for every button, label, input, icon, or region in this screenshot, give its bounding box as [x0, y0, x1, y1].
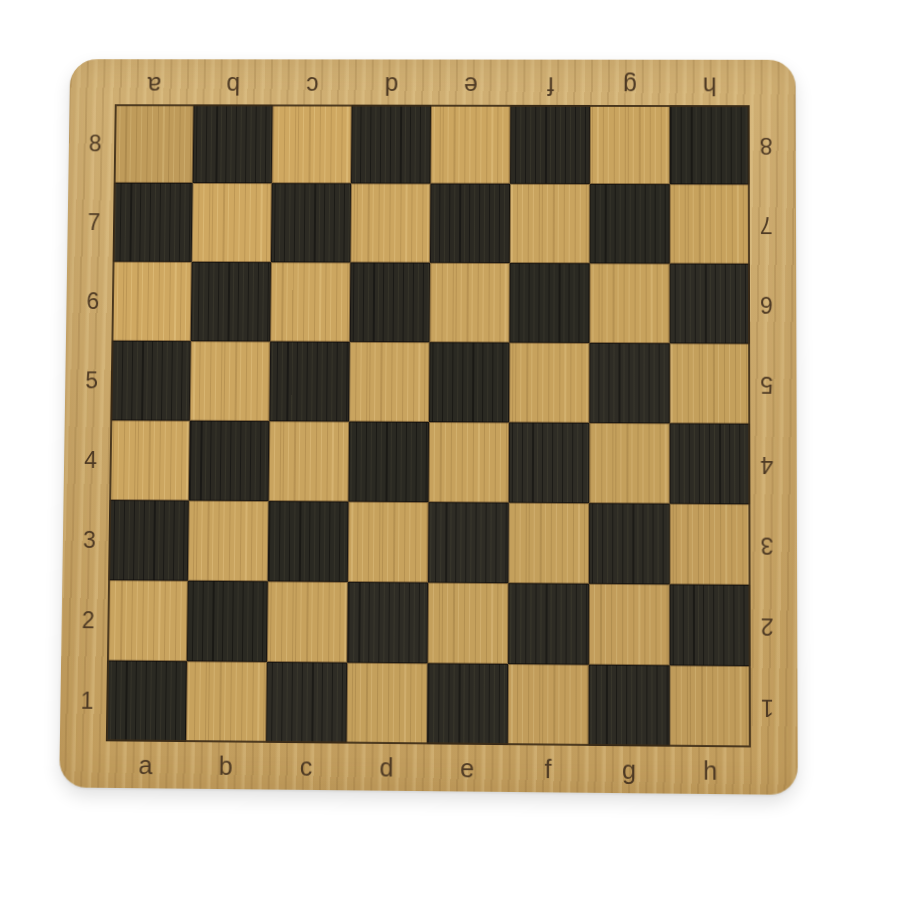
- rank-label-right-5: 5: [760, 372, 773, 395]
- square-d4[interactable]: [348, 422, 429, 503]
- file-label-bottom-a: a: [138, 753, 152, 778]
- left-label-cell: 2: [61, 580, 108, 661]
- rank-label-right-6: 6: [760, 292, 773, 315]
- square-f8[interactable]: [510, 105, 590, 184]
- square-b1[interactable]: [186, 661, 267, 743]
- rank-label-left-8: 8: [89, 132, 102, 155]
- square-d6[interactable]: [350, 262, 430, 342]
- square-e3[interactable]: [428, 502, 509, 583]
- top-label-cell: g: [590, 60, 670, 105]
- square-h4[interactable]: [670, 423, 751, 504]
- square-a2[interactable]: [107, 580, 188, 661]
- square-e8[interactable]: [430, 105, 510, 184]
- rank-label-right-7: 7: [760, 213, 773, 236]
- square-b6[interactable]: [191, 262, 271, 342]
- square-d1[interactable]: [346, 663, 427, 745]
- top-label-cell: h: [670, 60, 750, 105]
- bottom-label-cell: g: [589, 746, 670, 794]
- right-label-cell: 4: [750, 424, 797, 505]
- rank-label-left-7: 7: [88, 211, 101, 234]
- square-c4[interactable]: [269, 421, 350, 501]
- square-f1[interactable]: [508, 664, 589, 746]
- rank-label-right-4: 4: [760, 452, 773, 475]
- right-label-cell: 5: [750, 344, 797, 424]
- top-label-cell: a: [115, 59, 194, 104]
- right-label-cell: 7: [750, 184, 796, 264]
- square-b4[interactable]: [189, 421, 270, 501]
- square-d5[interactable]: [349, 342, 429, 422]
- square-a6[interactable]: [111, 262, 191, 342]
- square-g8[interactable]: [590, 105, 670, 184]
- left-label-cell: 4: [64, 420, 111, 500]
- left-label-cell: 8: [68, 104, 114, 183]
- rank-label-right-8: 8: [760, 133, 773, 156]
- square-c3[interactable]: [268, 501, 349, 582]
- square-h7[interactable]: [670, 184, 750, 264]
- file-label-bottom-f: f: [545, 757, 552, 783]
- square-e1[interactable]: [427, 663, 508, 745]
- square-d3[interactable]: [348, 502, 429, 583]
- frame-corner-top-right: [750, 60, 796, 105]
- bottom-label-cell: e: [427, 744, 508, 792]
- square-h5[interactable]: [670, 343, 751, 423]
- square-h8[interactable]: [670, 105, 750, 184]
- square-a7[interactable]: [113, 183, 193, 262]
- square-f2[interactable]: [508, 583, 589, 665]
- square-e5[interactable]: [429, 342, 509, 422]
- file-label-bottom-h: h: [703, 758, 717, 784]
- file-label-bottom-d: d: [379, 755, 393, 781]
- square-d7[interactable]: [350, 183, 430, 262]
- square-e2[interactable]: [428, 583, 509, 664]
- square-b3[interactable]: [188, 501, 269, 582]
- left-label-cell: 3: [62, 500, 109, 580]
- square-g7[interactable]: [590, 184, 670, 264]
- square-e6[interactable]: [429, 263, 509, 343]
- square-f5[interactable]: [509, 343, 589, 423]
- square-g3[interactable]: [589, 503, 670, 584]
- square-c5[interactable]: [269, 341, 349, 421]
- bottom-label-cell: h: [670, 747, 751, 795]
- square-h1[interactable]: [670, 665, 751, 747]
- bottom-label-cell: d: [346, 744, 427, 792]
- file-label-bottom-c: c: [300, 754, 313, 780]
- square-b2[interactable]: [187, 581, 268, 662]
- file-label-top-d: d: [384, 73, 398, 98]
- square-g2[interactable]: [589, 584, 670, 666]
- left-label-cell: 6: [66, 261, 113, 340]
- square-c7[interactable]: [271, 183, 351, 262]
- bottom-label-cell: a: [105, 741, 186, 788]
- square-c6[interactable]: [270, 262, 350, 342]
- file-label-top-g: g: [623, 73, 637, 98]
- file-label-top-h: h: [703, 74, 717, 99]
- left-label-cell: 7: [67, 183, 114, 262]
- right-label-cell: 6: [750, 264, 796, 344]
- square-f6[interactable]: [509, 263, 589, 343]
- top-label-cell: e: [431, 60, 511, 105]
- square-g1[interactable]: [589, 665, 670, 747]
- square-g4[interactable]: [589, 423, 670, 504]
- square-a8[interactable]: [114, 104, 194, 183]
- frame-corner-bottom-right: [751, 747, 798, 794]
- bottom-label-cell: c: [266, 743, 347, 790]
- top-label-cell: c: [273, 59, 352, 104]
- file-label-bottom-b: b: [219, 754, 233, 779]
- right-label-cell: 3: [750, 504, 797, 585]
- square-a4[interactable]: [109, 420, 190, 500]
- file-label-bottom-g: g: [622, 757, 636, 783]
- rank-label-right-2: 2: [761, 614, 774, 637]
- square-b5[interactable]: [190, 341, 270, 421]
- square-a5[interactable]: [110, 341, 190, 421]
- chess-board: abcdefgh8877665544332211abcdefgh: [59, 59, 798, 795]
- rank-label-right-1: 1: [761, 695, 774, 719]
- left-label-cell: 5: [65, 341, 112, 421]
- square-f3[interactable]: [508, 503, 589, 584]
- square-c8[interactable]: [272, 104, 352, 183]
- square-h2[interactable]: [670, 584, 751, 666]
- square-e7[interactable]: [430, 184, 510, 263]
- frame-corner-bottom-left: [59, 741, 106, 788]
- top-label-cell: b: [194, 59, 273, 104]
- rank-label-left-3: 3: [83, 528, 96, 551]
- file-label-top-e: e: [464, 73, 478, 98]
- square-e4[interactable]: [429, 422, 510, 503]
- square-b8[interactable]: [193, 104, 273, 183]
- rank-label-left-1: 1: [80, 689, 93, 712]
- file-label-top-c: c: [306, 73, 319, 98]
- frame-corner-top-left: [70, 59, 116, 104]
- square-g6[interactable]: [589, 263, 669, 343]
- square-h6[interactable]: [670, 264, 750, 344]
- square-g5[interactable]: [589, 343, 669, 423]
- square-c2[interactable]: [267, 581, 348, 662]
- board-grid: abcdefgh8877665544332211abcdefgh: [59, 59, 798, 795]
- square-a3[interactable]: [108, 500, 189, 581]
- left-label-cell: 1: [60, 660, 107, 741]
- square-f7[interactable]: [510, 184, 590, 264]
- rank-label-left-6: 6: [86, 290, 99, 313]
- right-label-cell: 8: [750, 105, 796, 184]
- top-label-cell: d: [352, 59, 432, 104]
- rank-label-right-3: 3: [761, 533, 774, 556]
- file-label-bottom-e: e: [460, 756, 474, 782]
- rank-label-left-4: 4: [84, 448, 97, 471]
- top-label-cell: f: [510, 60, 590, 105]
- file-label-top-f: f: [547, 73, 554, 98]
- square-b7[interactable]: [192, 183, 272, 262]
- rank-label-left-5: 5: [85, 369, 98, 392]
- right-label-cell: 1: [751, 666, 798, 748]
- bottom-label-cell: f: [508, 745, 589, 793]
- square-c1[interactable]: [266, 662, 347, 744]
- square-d2[interactable]: [347, 582, 428, 663]
- file-label-top-a: a: [147, 73, 161, 97]
- rank-label-left-2: 2: [82, 609, 95, 632]
- square-f4[interactable]: [509, 422, 590, 503]
- right-label-cell: 2: [751, 585, 798, 666]
- square-h3[interactable]: [670, 504, 751, 585]
- photo-background: abcdefgh8877665544332211abcdefgh: [0, 0, 900, 900]
- square-a1[interactable]: [106, 661, 187, 743]
- file-label-top-b: b: [226, 73, 240, 98]
- square-d8[interactable]: [351, 105, 431, 184]
- bottom-label-cell: b: [185, 742, 266, 789]
